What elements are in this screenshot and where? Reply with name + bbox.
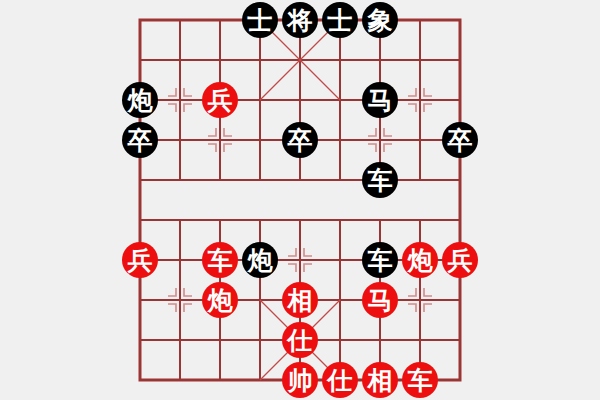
piece-red-advisor[interactable]: 仕 <box>282 322 318 358</box>
piece-black-horse[interactable]: 马 <box>362 82 398 118</box>
piece-black-advisor[interactable]: 士 <box>242 2 278 38</box>
piece-red-horse[interactable]: 马 <box>362 282 398 318</box>
xiangqi-board: 士将士象炮兵马卒卒卒车兵车炮车炮兵炮相马仕帅仕相车 <box>120 0 480 400</box>
piece-red-soldier[interactable]: 兵 <box>442 242 478 278</box>
piece-black-soldier[interactable]: 卒 <box>122 122 158 158</box>
piece-black-advisor[interactable]: 士 <box>322 2 358 38</box>
piece-black-cannon[interactable]: 炮 <box>122 82 158 118</box>
piece-black-soldier[interactable]: 卒 <box>442 122 478 158</box>
piece-black-chariot[interactable]: 车 <box>362 242 398 278</box>
piece-red-advisor[interactable]: 仕 <box>322 362 358 398</box>
piece-red-elephant[interactable]: 相 <box>282 282 318 318</box>
piece-red-soldier[interactable]: 兵 <box>122 242 158 278</box>
xiangqi-app-screen: 士将士象炮兵马卒卒卒车兵车炮车炮兵炮相马仕帅仕相车 <box>0 0 600 400</box>
piece-black-general[interactable]: 将 <box>282 2 318 38</box>
piece-red-elephant[interactable]: 相 <box>362 362 398 398</box>
piece-red-cannon[interactable]: 炮 <box>202 282 238 318</box>
piece-black-elephant[interactable]: 象 <box>362 2 398 38</box>
piece-red-cannon[interactable]: 炮 <box>402 242 438 278</box>
board-intersections[interactable]: 士将士象炮兵马卒卒卒车兵车炮车炮兵炮相马仕帅仕相车 <box>120 0 480 400</box>
piece-black-soldier[interactable]: 卒 <box>282 122 318 158</box>
piece-black-chariot[interactable]: 车 <box>362 162 398 198</box>
piece-black-cannon[interactable]: 炮 <box>242 242 278 278</box>
piece-red-chariot[interactable]: 车 <box>202 242 238 278</box>
piece-red-soldier[interactable]: 兵 <box>202 82 238 118</box>
piece-red-general[interactable]: 帅 <box>282 362 318 398</box>
piece-red-chariot[interactable]: 车 <box>402 362 438 398</box>
